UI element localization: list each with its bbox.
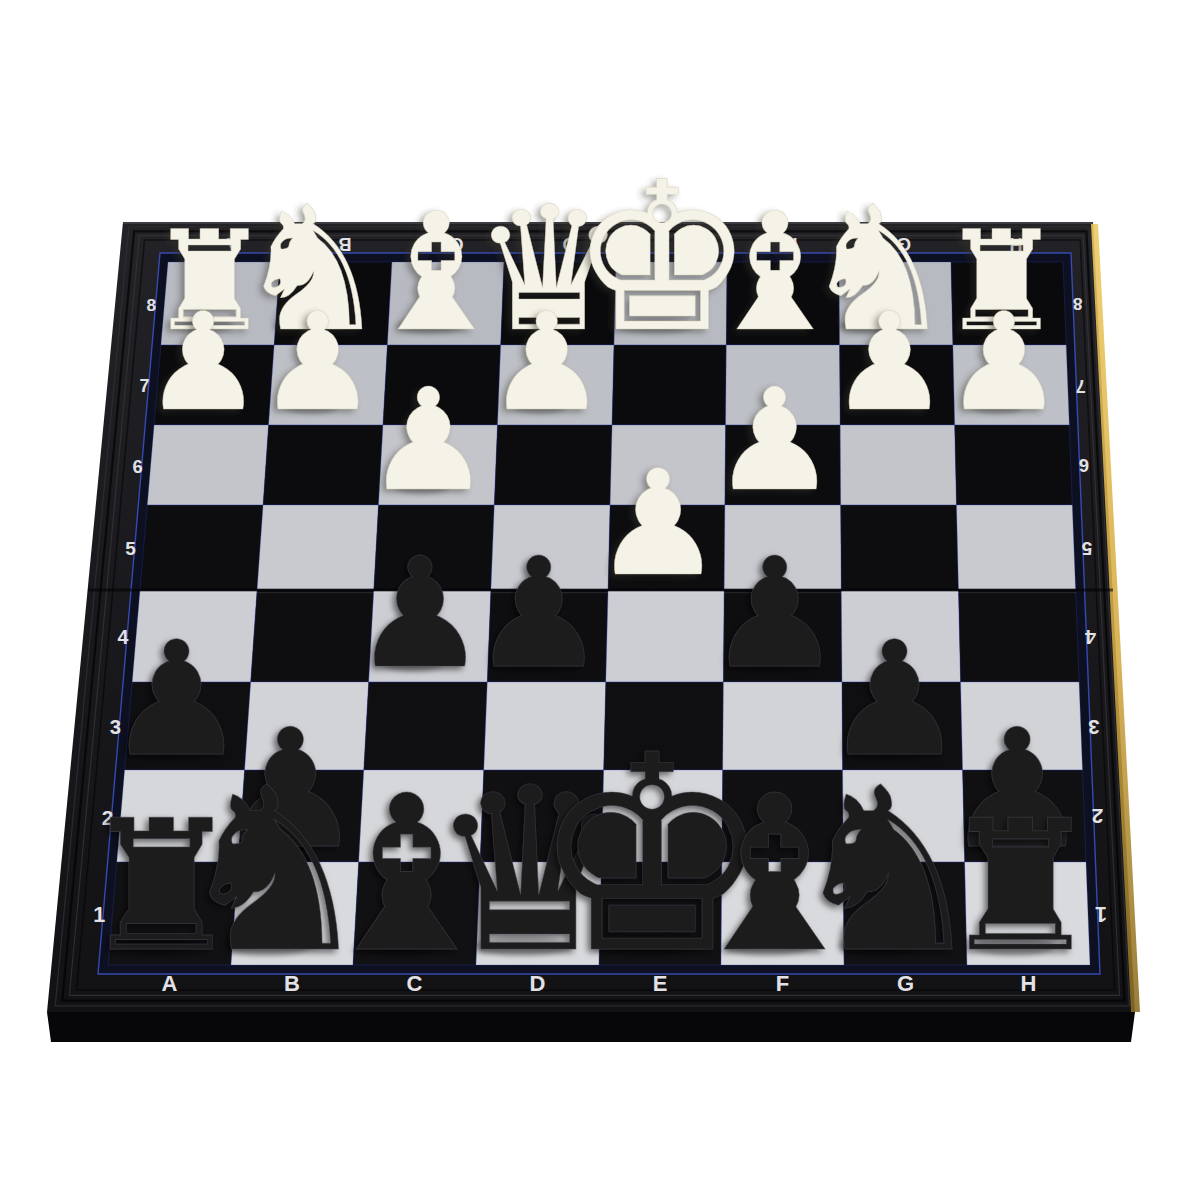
board-svg: Magnetic folding chess set, overhead ang… bbox=[0, 0, 1200, 1200]
piece-black-rook-h1[interactable]: ♜ bbox=[939, 781, 1101, 992]
piece-white-pawn-e5[interactable]: ♟ bbox=[593, 438, 724, 608]
rank-label-left-6: 6 bbox=[132, 456, 142, 477]
piece-black-pawn-f4[interactable]: ♟ bbox=[707, 525, 843, 702]
piece-white-pawn-c6[interactable]: ♟ bbox=[365, 358, 491, 522]
piece-black-pawn-c4[interactable]: ♟ bbox=[352, 525, 488, 702]
rank-label-right-4: 4 bbox=[1085, 626, 1096, 648]
board-side-wall bbox=[47, 1012, 1135, 1042]
square-h4[interactable] bbox=[959, 590, 1080, 682]
square-g5[interactable] bbox=[841, 505, 959, 590]
square-a5[interactable] bbox=[140, 505, 263, 590]
piece-black-pawn-d4[interactable]: ♟ bbox=[470, 525, 606, 702]
piece-white-pawn-d7[interactable]: ♟ bbox=[486, 284, 607, 441]
piece-white-pawn-b7[interactable]: ♟ bbox=[257, 284, 378, 441]
piece-white-pawn-h7[interactable]: ♟ bbox=[943, 284, 1064, 441]
rank-label-left-5: 5 bbox=[125, 538, 136, 559]
rank-label-right-5: 5 bbox=[1081, 538, 1092, 559]
chess-set-photo: Magnetic folding chess set, overhead ang… bbox=[0, 0, 1200, 1200]
rank-label-right-8: 8 bbox=[1072, 294, 1082, 314]
piece-white-pawn-f6[interactable]: ♟ bbox=[712, 358, 838, 522]
rank-label-right-7: 7 bbox=[1076, 376, 1086, 396]
rank-label-right-6: 6 bbox=[1079, 455, 1089, 476]
square-h5[interactable] bbox=[957, 505, 1076, 590]
piece-white-pawn-g7[interactable]: ♟ bbox=[829, 284, 950, 441]
piece-white-pawn-a7[interactable]: ♟ bbox=[143, 284, 264, 441]
